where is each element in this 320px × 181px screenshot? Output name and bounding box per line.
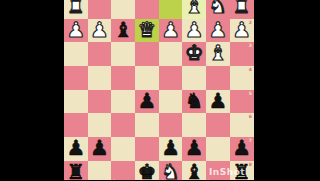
square-c7: ♟ (182, 137, 206, 161)
rank-label-4: 4 (249, 67, 252, 72)
square-c2: ♟ (182, 19, 206, 43)
square-f8: f (111, 161, 135, 180)
square-e1 (135, 0, 159, 19)
black-pawn: ♟ (185, 138, 204, 159)
black-pawn: ♟ (209, 91, 228, 112)
white-knight: ♞ (161, 162, 180, 180)
square-d5 (159, 90, 183, 114)
white-pawn: ♟ (66, 20, 85, 41)
square-c3: ♚ (182, 42, 206, 66)
square-e6 (135, 113, 159, 137)
square-b7 (206, 137, 230, 161)
black-knight: ♞ (185, 91, 204, 112)
white-pawn: ♟ (90, 20, 109, 41)
file-label-g: g (89, 179, 92, 181)
white-pawn: ♟ (185, 20, 204, 41)
square-f7 (111, 137, 135, 161)
square-a4: 4 (230, 66, 254, 90)
square-f6 (111, 113, 135, 137)
square-d4 (159, 66, 183, 90)
square-e7 (135, 137, 159, 161)
square-e3 (135, 42, 159, 66)
square-g7: ♟ (88, 137, 112, 161)
square-g4 (88, 66, 112, 90)
video-frame: ♜♝♞♜1♟♟♝♛♟♟♟♟2♚♝34♟♞♟56♟♟♟♟♟7♜hgf♚e♞d♝cb… (0, 0, 320, 180)
square-a5: 5 (230, 90, 254, 114)
rank-label-1: 1 (249, 0, 252, 1)
square-h2: ♟ (64, 19, 88, 43)
square-h7: ♟ (64, 137, 88, 161)
black-bishop: ♝ (185, 162, 204, 180)
square-c6 (182, 113, 206, 137)
square-h5 (64, 90, 88, 114)
square-d3 (159, 42, 183, 66)
black-rook: ♜ (66, 162, 85, 180)
black-pawn: ♟ (66, 138, 85, 159)
square-f1 (111, 0, 135, 19)
square-h6 (64, 113, 88, 137)
square-g2: ♟ (88, 19, 112, 43)
square-g6 (88, 113, 112, 137)
square-e2: ♛ (135, 19, 159, 43)
square-f2: ♝ (111, 19, 135, 43)
black-pawn: ♟ (161, 138, 180, 159)
file-label-f: f (113, 179, 115, 181)
square-f5 (111, 90, 135, 114)
white-king: ♚ (185, 43, 204, 64)
file-label-b: b (208, 179, 211, 181)
square-h1: ♜ (64, 0, 88, 19)
white-pawn: ♟ (209, 20, 228, 41)
white-pawn: ♟ (161, 20, 180, 41)
square-a2: ♟2 (230, 19, 254, 43)
chess-board: ♜♝♞♜1♟♟♝♛♟♟♟♟2♚♝34♟♞♟56♟♟♟♟♟7♜hgf♚e♞d♝cb… (64, 0, 254, 180)
square-a7: ♟7 (230, 137, 254, 161)
square-h3 (64, 42, 88, 66)
white-rook: ♜ (232, 0, 251, 17)
rank-label-2: 2 (249, 20, 252, 25)
square-b3: ♝ (206, 42, 230, 66)
file-label-c: c (184, 179, 187, 181)
square-f3 (111, 42, 135, 66)
square-d2: ♟ (159, 19, 183, 43)
square-a3: 3 (230, 42, 254, 66)
square-g8: g (88, 161, 112, 180)
white-queen: ♛ (137, 20, 156, 41)
square-c4 (182, 66, 206, 90)
square-c5: ♞ (182, 90, 206, 114)
file-label-a: a (231, 179, 234, 181)
square-d6 (159, 113, 183, 137)
black-pawn: ♟ (137, 91, 156, 112)
rank-label-7: 7 (249, 138, 252, 143)
white-bishop: ♝ (185, 0, 204, 17)
rank-label-6: 6 (249, 114, 252, 119)
square-b5: ♟ (206, 90, 230, 114)
black-king: ♚ (137, 162, 156, 180)
rank-label-5: 5 (249, 91, 252, 96)
black-bishop: ♝ (114, 20, 133, 41)
square-g5 (88, 90, 112, 114)
square-b2: ♟ (206, 19, 230, 43)
file-label-h: h (66, 179, 69, 181)
square-d8: ♞d (159, 161, 183, 180)
file-label-e: e (137, 179, 140, 181)
square-e4 (135, 66, 159, 90)
square-e8: ♚e (135, 161, 159, 180)
square-c8: ♝c (182, 161, 206, 180)
file-label-d: d (160, 179, 163, 181)
square-e5: ♟ (135, 90, 159, 114)
square-a1: ♜1 (230, 0, 254, 19)
square-a6: 6 (230, 113, 254, 137)
watermark: InShot (209, 167, 245, 177)
black-pawn: ♟ (90, 138, 109, 159)
rank-label-3: 3 (249, 43, 252, 48)
square-d7: ♟ (159, 137, 183, 161)
square-b6 (206, 113, 230, 137)
square-d1 (159, 0, 183, 19)
square-h4 (64, 66, 88, 90)
square-g3 (88, 42, 112, 66)
square-f4 (111, 66, 135, 90)
square-g1 (88, 0, 112, 19)
square-h8: ♜h (64, 161, 88, 180)
white-knight: ♞ (209, 0, 228, 17)
rank-label-8: 8 (249, 162, 252, 167)
square-b1: ♞ (206, 0, 230, 19)
white-rook: ♜ (66, 0, 85, 17)
square-c1: ♝ (182, 0, 206, 19)
white-bishop: ♝ (209, 43, 228, 64)
square-b4 (206, 66, 230, 90)
